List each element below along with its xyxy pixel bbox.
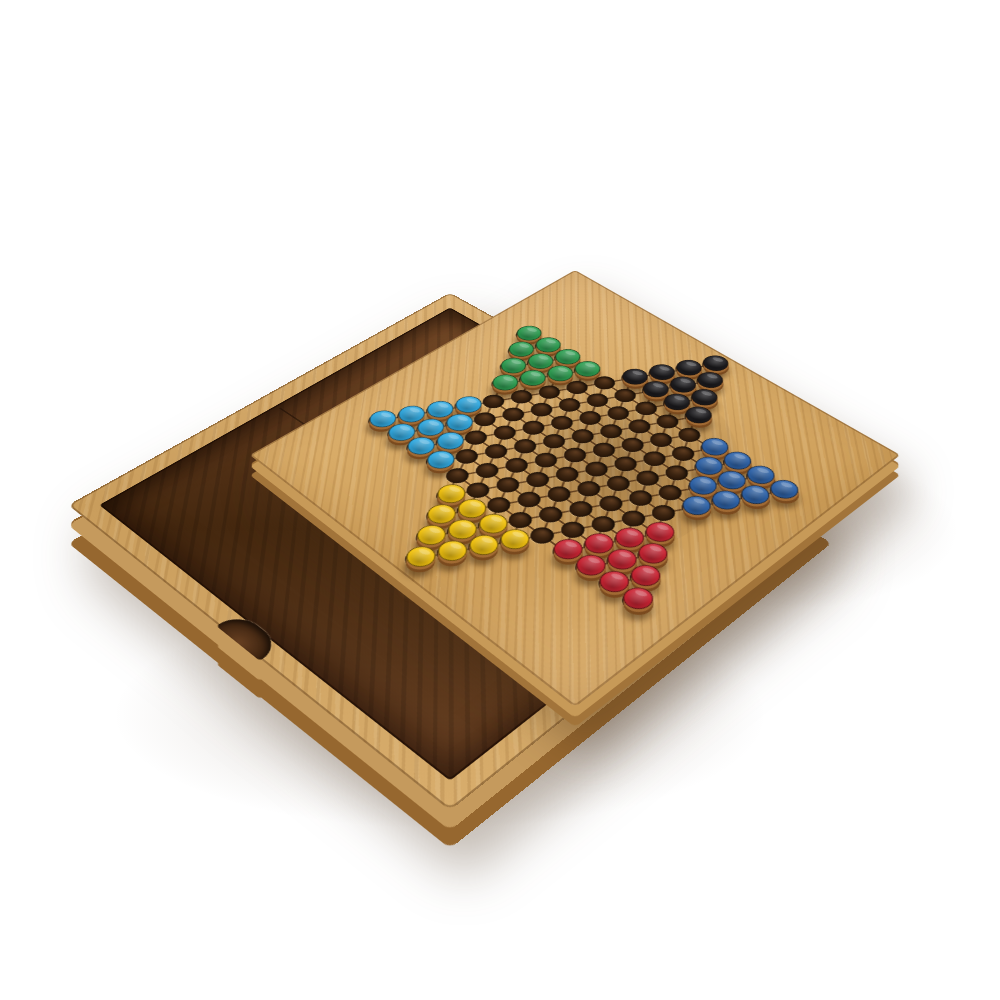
- product-photo: [0, 0, 1000, 1000]
- peg-dark-blue[interactable]: [677, 492, 717, 519]
- peg-black[interactable]: [698, 352, 734, 374]
- star-grid: [278, 286, 866, 680]
- hole-r1-p1[interactable]: [698, 356, 727, 374]
- hole-r17-p1[interactable]: [400, 547, 433, 571]
- peg-yellow[interactable]: [400, 542, 441, 571]
- board-surface: [250, 270, 901, 707]
- game-board: [345, 225, 805, 685]
- peg-red[interactable]: [640, 518, 680, 546]
